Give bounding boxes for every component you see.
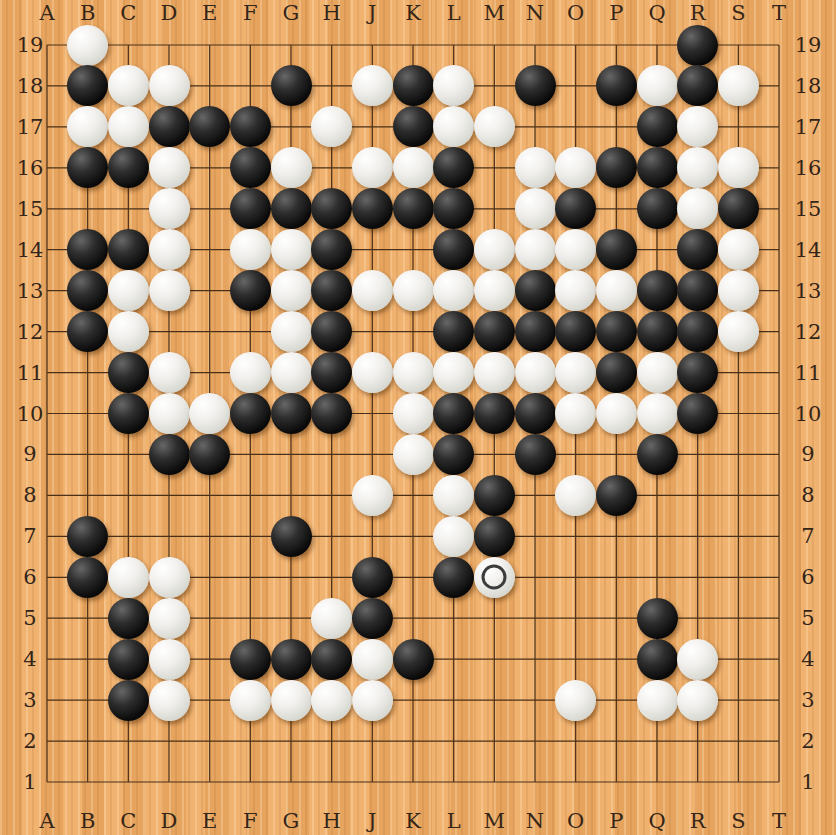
column-label-bottom: P <box>609 809 623 833</box>
row-label-right: 1 <box>801 770 814 794</box>
stone-S12[interactable] <box>718 311 759 352</box>
column-label-top: H <box>322 1 340 25</box>
stone-N16[interactable] <box>515 147 556 188</box>
row-label-right: 4 <box>801 647 814 671</box>
stone-D13[interactable] <box>149 270 190 311</box>
row-label-right: 16 <box>795 156 822 180</box>
stone-L7[interactable] <box>433 516 474 557</box>
row-label-left: 13 <box>17 279 44 303</box>
stone-N12[interactable] <box>515 311 556 352</box>
stone-H12[interactable] <box>311 311 352 352</box>
stone-Q16[interactable] <box>637 147 678 188</box>
stone-L11[interactable] <box>433 352 474 393</box>
stone-P12[interactable] <box>596 311 637 352</box>
stone-S18[interactable] <box>718 65 759 106</box>
row-label-left: 6 <box>23 565 36 589</box>
stone-G10[interactable] <box>271 393 312 434</box>
column-label-top: M <box>484 1 506 25</box>
column-label-top: D <box>161 1 178 25</box>
stone-R12[interactable] <box>677 311 718 352</box>
stone-D6[interactable] <box>149 557 190 598</box>
stone-M13[interactable] <box>474 270 515 311</box>
stone-R4[interactable] <box>677 639 718 680</box>
stone-C14[interactable] <box>108 229 149 270</box>
stone-J13[interactable] <box>352 270 393 311</box>
stone-D9[interactable] <box>149 434 190 475</box>
row-label-right: 5 <box>801 606 814 630</box>
row-label-left: 15 <box>17 197 44 221</box>
row-label-right: 14 <box>795 238 822 262</box>
stone-D11[interactable] <box>149 352 190 393</box>
stone-S16[interactable] <box>718 147 759 188</box>
stone-S13[interactable] <box>718 270 759 311</box>
row-label-right: 10 <box>795 402 822 426</box>
stone-M17[interactable] <box>474 106 515 147</box>
go-board[interactable]: AABBCCDDEEFFGGHHJJKKLLMMNNOOPPQQRRSSTT19… <box>0 0 836 835</box>
stone-M8[interactable] <box>474 475 515 516</box>
row-label-right: 8 <box>801 483 814 507</box>
column-label-top: T <box>772 1 786 25</box>
stone-R11[interactable] <box>677 352 718 393</box>
stone-P14[interactable] <box>596 229 637 270</box>
stone-G4[interactable] <box>271 639 312 680</box>
stone-J6[interactable] <box>352 557 393 598</box>
stone-L8[interactable] <box>433 475 474 516</box>
stone-J8[interactable] <box>352 475 393 516</box>
stone-P16[interactable] <box>596 147 637 188</box>
column-label-bottom: N <box>526 809 544 833</box>
stone-P13[interactable] <box>596 270 637 311</box>
stone-O12[interactable] <box>555 311 596 352</box>
column-label-top: Q <box>648 1 665 25</box>
stone-C12[interactable] <box>108 311 149 352</box>
stone-C18[interactable] <box>108 65 149 106</box>
stone-N18[interactable] <box>515 65 556 106</box>
stone-E10[interactable] <box>189 393 230 434</box>
row-label-right: 19 <box>795 33 822 57</box>
stone-L9[interactable] <box>433 434 474 475</box>
row-label-left: 12 <box>17 320 44 344</box>
stone-D14[interactable] <box>149 229 190 270</box>
stone-G13[interactable] <box>271 270 312 311</box>
column-label-top: F <box>243 1 258 25</box>
stone-S15[interactable] <box>718 188 759 229</box>
stone-G16[interactable] <box>271 147 312 188</box>
stone-K17[interactable] <box>393 106 434 147</box>
column-label-top: R <box>690 1 706 25</box>
stone-N11[interactable] <box>515 352 556 393</box>
stone-K4[interactable] <box>393 639 434 680</box>
stone-M14[interactable] <box>474 229 515 270</box>
row-label-right: 7 <box>801 524 814 548</box>
row-label-right: 12 <box>795 320 822 344</box>
stone-B7[interactable] <box>67 516 108 557</box>
row-label-left: 4 <box>23 647 36 671</box>
stone-H3[interactable] <box>311 680 352 721</box>
stone-D5[interactable] <box>149 598 190 639</box>
stone-S14[interactable] <box>718 229 759 270</box>
column-label-bottom: B <box>80 809 95 833</box>
stone-D15[interactable] <box>149 188 190 229</box>
row-label-left: 10 <box>17 402 44 426</box>
stone-F17[interactable] <box>230 106 271 147</box>
stone-Q17[interactable] <box>637 106 678 147</box>
stone-D16[interactable] <box>149 147 190 188</box>
stone-K10[interactable] <box>393 393 434 434</box>
stone-D10[interactable] <box>149 393 190 434</box>
column-label-bottom: R <box>690 809 706 833</box>
stone-J3[interactable] <box>352 680 393 721</box>
stone-Q11[interactable] <box>637 352 678 393</box>
column-label-bottom: L <box>447 809 461 833</box>
stone-K11[interactable] <box>393 352 434 393</box>
stone-Q3[interactable] <box>637 680 678 721</box>
column-label-bottom: O <box>567 809 584 833</box>
stone-R10[interactable] <box>677 393 718 434</box>
column-label-bottom: C <box>120 809 136 833</box>
row-label-left: 1 <box>23 770 36 794</box>
stone-M7[interactable] <box>474 516 515 557</box>
column-label-top: C <box>120 1 136 25</box>
column-label-top: E <box>202 1 217 25</box>
column-label-top: A <box>39 1 54 25</box>
row-label-left: 19 <box>17 33 44 57</box>
column-label-bottom: E <box>202 809 217 833</box>
stone-M6[interactable] <box>474 557 515 598</box>
column-label-top: O <box>567 1 584 25</box>
stone-B12[interactable] <box>67 311 108 352</box>
stone-G15[interactable] <box>271 188 312 229</box>
column-label-bottom: J <box>368 809 376 833</box>
stone-Q15[interactable] <box>637 188 678 229</box>
column-label-top: G <box>283 1 300 25</box>
stone-H10[interactable] <box>311 393 352 434</box>
stone-R19[interactable] <box>677 25 718 66</box>
stone-L12[interactable] <box>433 311 474 352</box>
stone-N15[interactable] <box>515 188 556 229</box>
stone-P8[interactable] <box>596 475 637 516</box>
stone-H11[interactable] <box>311 352 352 393</box>
stone-B19[interactable] <box>67 25 108 66</box>
row-label-right: 13 <box>795 279 822 303</box>
stone-P11[interactable] <box>596 352 637 393</box>
stone-O3[interactable] <box>555 680 596 721</box>
stone-P18[interactable] <box>596 65 637 106</box>
stone-C16[interactable] <box>108 147 149 188</box>
stone-J18[interactable] <box>352 65 393 106</box>
stone-F13[interactable] <box>230 270 271 311</box>
stone-C11[interactable] <box>108 352 149 393</box>
stone-H5[interactable] <box>311 598 352 639</box>
stone-D17[interactable] <box>149 106 190 147</box>
stone-L10[interactable] <box>433 393 474 434</box>
column-label-bottom: G <box>283 809 300 833</box>
stone-C17[interactable] <box>108 106 149 147</box>
stone-G12[interactable] <box>271 311 312 352</box>
row-label-left: 18 <box>17 74 44 98</box>
go-board-screenshot: { "game": { "name": "Go", "board_size": … <box>0 0 836 835</box>
stone-J4[interactable] <box>352 639 393 680</box>
stone-D4[interactable] <box>149 639 190 680</box>
stone-N13[interactable] <box>515 270 556 311</box>
column-label-bottom: T <box>772 809 786 833</box>
stone-P10[interactable] <box>596 393 637 434</box>
row-label-left: 16 <box>17 156 44 180</box>
stone-N14[interactable] <box>515 229 556 270</box>
row-label-right: 17 <box>795 115 822 139</box>
stone-J15[interactable] <box>352 188 393 229</box>
stone-L6[interactable] <box>433 557 474 598</box>
stone-F15[interactable] <box>230 188 271 229</box>
stone-Q9[interactable] <box>637 434 678 475</box>
stone-Q4[interactable] <box>637 639 678 680</box>
stone-C4[interactable] <box>108 639 149 680</box>
stone-M11[interactable] <box>474 352 515 393</box>
stone-F14[interactable] <box>230 229 271 270</box>
stone-K16[interactable] <box>393 147 434 188</box>
row-label-right: 2 <box>801 729 814 753</box>
row-label-left: 9 <box>23 442 36 466</box>
stone-J16[interactable] <box>352 147 393 188</box>
column-label-bottom: F <box>243 809 258 833</box>
row-label-left: 5 <box>23 606 36 630</box>
stone-C10[interactable] <box>108 393 149 434</box>
column-label-bottom: S <box>731 809 745 833</box>
column-label-bottom: M <box>484 809 506 833</box>
row-label-left: 14 <box>17 238 44 262</box>
stone-G7[interactable] <box>271 516 312 557</box>
stone-D18[interactable] <box>149 65 190 106</box>
stone-J11[interactable] <box>352 352 393 393</box>
row-label-right: 15 <box>795 197 822 221</box>
column-label-top: B <box>80 1 95 25</box>
stone-Q13[interactable] <box>637 270 678 311</box>
stone-N10[interactable] <box>515 393 556 434</box>
stone-O10[interactable] <box>555 393 596 434</box>
column-label-bottom: K <box>405 809 421 833</box>
stone-C3[interactable] <box>108 680 149 721</box>
column-label-top: S <box>731 1 745 25</box>
stone-J5[interactable] <box>352 598 393 639</box>
row-label-left: 3 <box>23 688 36 712</box>
stone-G3[interactable] <box>271 680 312 721</box>
stone-Q10[interactable] <box>637 393 678 434</box>
stone-R3[interactable] <box>677 680 718 721</box>
last-move-marker-icon <box>482 565 507 590</box>
row-label-left: 2 <box>23 729 36 753</box>
stone-G14[interactable] <box>271 229 312 270</box>
stone-F11[interactable] <box>230 352 271 393</box>
stone-K9[interactable] <box>393 434 434 475</box>
stone-M12[interactable] <box>474 311 515 352</box>
column-label-top: K <box>405 1 421 25</box>
row-label-right: 6 <box>801 565 814 589</box>
stone-K18[interactable] <box>393 65 434 106</box>
column-label-top: N <box>526 1 544 25</box>
column-label-bottom: D <box>161 809 178 833</box>
column-label-bottom: A <box>39 809 54 833</box>
stone-C13[interactable] <box>108 270 149 311</box>
stone-C5[interactable] <box>108 598 149 639</box>
stone-M10[interactable] <box>474 393 515 434</box>
stone-K15[interactable] <box>393 188 434 229</box>
stone-O11[interactable] <box>555 352 596 393</box>
stone-N9[interactable] <box>515 434 556 475</box>
stone-D3[interactable] <box>149 680 190 721</box>
stone-F16[interactable] <box>230 147 271 188</box>
stone-H4[interactable] <box>311 639 352 680</box>
row-label-left: 8 <box>23 483 36 507</box>
column-label-bottom: Q <box>648 809 665 833</box>
row-label-left: 7 <box>23 524 36 548</box>
stone-F3[interactable] <box>230 680 271 721</box>
stone-B6[interactable] <box>67 557 108 598</box>
stone-F4[interactable] <box>230 639 271 680</box>
stone-E9[interactable] <box>189 434 230 475</box>
column-label-top: L <box>447 1 461 25</box>
stone-C6[interactable] <box>108 557 149 598</box>
row-label-right: 9 <box>801 442 814 466</box>
stone-G18[interactable] <box>271 65 312 106</box>
column-label-top: J <box>368 1 376 25</box>
row-label-left: 17 <box>17 115 44 139</box>
stone-Q18[interactable] <box>637 65 678 106</box>
column-label-bottom: H <box>322 809 340 833</box>
stone-O8[interactable] <box>555 475 596 516</box>
column-label-top: P <box>609 1 623 25</box>
stone-G11[interactable] <box>271 352 312 393</box>
row-label-right: 3 <box>801 688 814 712</box>
row-label-right: 11 <box>795 361 822 385</box>
stone-Q12[interactable] <box>637 311 678 352</box>
stone-Q5[interactable] <box>637 598 678 639</box>
stone-F10[interactable] <box>230 393 271 434</box>
row-label-left: 11 <box>17 361 44 385</box>
row-label-right: 18 <box>795 74 822 98</box>
stone-K13[interactable] <box>393 270 434 311</box>
